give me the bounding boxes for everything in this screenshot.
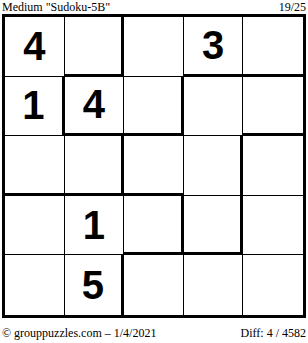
cell-r2c1[interactable]: 1	[5, 77, 65, 137]
cell-r5c4[interactable]	[184, 255, 244, 315]
cell-r2c2[interactable]: 4	[65, 77, 125, 137]
cell-r2c4[interactable]	[184, 77, 244, 137]
cell-r5c1[interactable]	[5, 255, 65, 315]
cell-r5c2[interactable]: 5	[65, 255, 125, 315]
difficulty-text: Diff: 4 / 4582	[241, 326, 306, 340]
puzzle-page: Medium "Sudoku-5B" 19/25 431415 © groupp…	[0, 0, 308, 343]
cell-r2c5[interactable]	[243, 77, 303, 137]
cell-r4c5[interactable]	[243, 196, 303, 256]
cell-r1c4[interactable]: 3	[184, 17, 244, 77]
cell-r4c2[interactable]: 1	[65, 196, 125, 256]
cell-r3c4[interactable]	[184, 136, 244, 196]
cell-r3c5[interactable]	[243, 136, 303, 196]
cell-r1c3[interactable]	[124, 17, 184, 77]
cell-r4c4[interactable]	[184, 196, 244, 256]
cell-r1c5[interactable]	[243, 17, 303, 77]
cell-r4c3[interactable]	[124, 196, 184, 256]
cell-r5c5[interactable]	[243, 255, 303, 315]
sudoku-board: 431415	[2, 14, 306, 318]
cell-r3c1[interactable]	[5, 136, 65, 196]
cell-r1c1[interactable]: 4	[5, 17, 65, 77]
copyright-text: © grouppuzzles.com – 1/4/2021	[2, 326, 156, 340]
cell-r2c3[interactable]	[124, 77, 184, 137]
cell-r1c2[interactable]	[65, 17, 125, 77]
cell-r3c3[interactable]	[124, 136, 184, 196]
progress-counter: 19/25	[279, 1, 306, 14]
puzzle-title: Medium "Sudoku-5B"	[2, 1, 110, 14]
cell-r4c1[interactable]	[5, 196, 65, 256]
cell-r5c3[interactable]	[124, 255, 184, 315]
header: Medium "Sudoku-5B" 19/25	[0, 0, 308, 14]
footer: © grouppuzzles.com – 1/4/2021 Diff: 4 / …	[0, 323, 308, 343]
cell-r3c2[interactable]	[65, 136, 125, 196]
